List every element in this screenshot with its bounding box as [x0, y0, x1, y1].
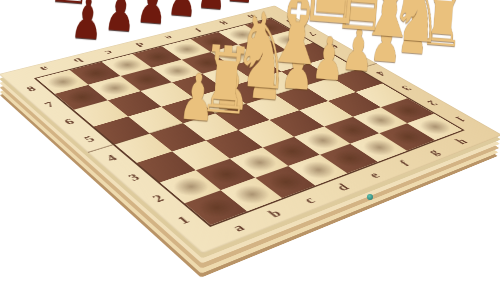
perspective-wrapper: 87654321 87654321 abcdefgh abcdefgh ♜♞♝♚… [52, 0, 439, 298]
latch-pin [367, 194, 373, 200]
camera-tilt: 87654321 87654321 abcdefgh abcdefgh ♜♞♝♚… [0, 0, 500, 301]
chess-set-photo: 87654321 87654321 abcdefgh abcdefgh ♜♞♝♚… [0, 0, 500, 301]
chess-board: 87654321 87654321 abcdefgh abcdefgh ♜♞♝♚… [0, 6, 500, 254]
board-top-surface: 87654321 87654321 abcdefgh abcdefgh ♜♞♝♚… [0, 6, 500, 254]
